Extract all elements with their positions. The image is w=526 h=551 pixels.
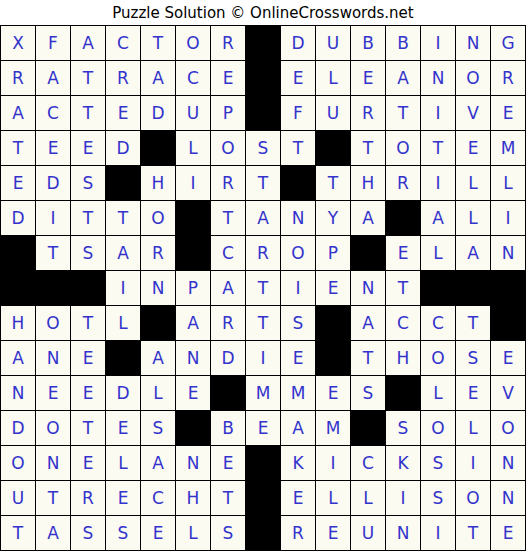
letter-cell-r2c4: R — [106, 61, 140, 95]
letter-cell-r7c15: N — [491, 236, 525, 270]
letter-cell-r4c4: D — [106, 131, 140, 165]
letter-cell-r10c15: E — [491, 341, 525, 375]
letter-cell-r2c3: T — [71, 61, 105, 95]
letter-cell-r1c2: F — [36, 26, 70, 60]
letter-cell-r5c11: H — [351, 166, 385, 200]
letter-cell-r14c11: L — [351, 481, 385, 515]
block-cell-r9c15 — [491, 306, 525, 340]
letter-cell-r6c8: A — [246, 201, 280, 235]
letter-cell-r2c1: R — [1, 61, 35, 95]
letter-cell-r12c4: E — [106, 411, 140, 445]
letter-cell-r10c9: E — [281, 341, 315, 375]
letter-cell-r6c4: T — [106, 201, 140, 235]
letter-cell-r15c11: U — [351, 516, 385, 550]
letter-cell-r3c3: T — [71, 96, 105, 130]
letter-cell-r3c9: F — [281, 96, 315, 130]
letter-cell-r3c1: A — [1, 96, 35, 130]
block-cell-r6c12 — [386, 201, 420, 235]
letter-cell-r1c11: B — [351, 26, 385, 60]
letter-cell-r7c5: R — [141, 236, 175, 270]
block-cell-r9c10 — [316, 306, 350, 340]
letter-cell-r12c5: S — [141, 411, 175, 445]
letter-cell-r12c9: A — [281, 411, 315, 445]
letter-cell-r1c3: A — [71, 26, 105, 60]
letter-cell-r9c8: T — [246, 306, 280, 340]
letter-cell-r8c11: N — [351, 271, 385, 305]
letter-cell-r4c6: L — [176, 131, 210, 165]
letter-cell-r3c10: U — [316, 96, 350, 130]
letter-cell-r2c14: O — [456, 61, 490, 95]
letter-cell-r13c14: I — [456, 446, 490, 480]
block-cell-r7c11 — [351, 236, 385, 270]
letter-cell-r3c15: E — [491, 96, 525, 130]
letter-cell-r6c10: Y — [316, 201, 350, 235]
block-cell-r14c8 — [246, 481, 280, 515]
letter-cell-r5c7: R — [211, 166, 245, 200]
letter-cell-r6c13: A — [421, 201, 455, 235]
letter-cell-r6c14: L — [456, 201, 490, 235]
letter-cell-r3c6: U — [176, 96, 210, 130]
letter-cell-r7c14: A — [456, 236, 490, 270]
letter-cell-r1c15: G — [491, 26, 525, 60]
letter-cell-r9c14: T — [456, 306, 490, 340]
letter-cell-r1c12: B — [386, 26, 420, 60]
letter-cell-r10c1: A — [1, 341, 35, 375]
letter-cell-r10c5: A — [141, 341, 175, 375]
letter-cell-r9c4: L — [106, 306, 140, 340]
letter-cell-r12c15: O — [491, 411, 525, 445]
letter-cell-r11c4: D — [106, 376, 140, 410]
letter-cell-r14c14: O — [456, 481, 490, 515]
letter-cell-r8c10: E — [316, 271, 350, 305]
letter-cell-r10c11: T — [351, 341, 385, 375]
letter-cell-r15c13: I — [421, 516, 455, 550]
letter-cell-r6c1: D — [1, 201, 35, 235]
letter-cell-r14c13: S — [421, 481, 455, 515]
letter-cell-r9c13: C — [421, 306, 455, 340]
letter-cell-r14c10: L — [316, 481, 350, 515]
letter-cell-r1c13: I — [421, 26, 455, 60]
letter-cell-r15c4: S — [106, 516, 140, 550]
letter-cell-r14c9: E — [281, 481, 315, 515]
letter-cell-r11c9: M — [281, 376, 315, 410]
letter-cell-r15c9: R — [281, 516, 315, 550]
letter-cell-r5c12: R — [386, 166, 420, 200]
letter-cell-r14c7: T — [211, 481, 245, 515]
letter-cell-r10c8: I — [246, 341, 280, 375]
block-cell-r8c14 — [456, 271, 490, 305]
letter-cell-r15c6: L — [176, 516, 210, 550]
block-cell-r4c5 — [141, 131, 175, 165]
letter-cell-r11c14: E — [456, 376, 490, 410]
page: Puzzle Solution © OnlineCrosswords.net X… — [0, 0, 526, 551]
letter-cell-r7c10: P — [316, 236, 350, 270]
letter-cell-r10c6: N — [176, 341, 210, 375]
block-cell-r11c7 — [211, 376, 245, 410]
letter-cell-r7c3: S — [71, 236, 105, 270]
letter-cell-r5c5: H — [141, 166, 175, 200]
letter-cell-r13c15: N — [491, 446, 525, 480]
letter-cell-r7c13: L — [421, 236, 455, 270]
letter-cell-r7c4: A — [106, 236, 140, 270]
letter-cell-r14c6: H — [176, 481, 210, 515]
letter-cell-r13c12: K — [386, 446, 420, 480]
letter-cell-r2c13: N — [421, 61, 455, 95]
letter-cell-r3c14: V — [456, 96, 490, 130]
letter-cell-r11c8: M — [246, 376, 280, 410]
letter-cell-r3c12: T — [386, 96, 420, 130]
letter-cell-r15c12: N — [386, 516, 420, 550]
letter-cell-r2c10: L — [316, 61, 350, 95]
block-cell-r4c10 — [316, 131, 350, 165]
letter-cell-r11c2: E — [36, 376, 70, 410]
block-cell-r8c13 — [421, 271, 455, 305]
letter-cell-r10c3: E — [71, 341, 105, 375]
letter-cell-r11c15: V — [491, 376, 525, 410]
letter-cell-r6c3: T — [71, 201, 105, 235]
letter-cell-r13c1: O — [1, 446, 35, 480]
letter-cell-r12c2: O — [36, 411, 70, 445]
letter-cell-r5c3: S — [71, 166, 105, 200]
letter-cell-r1c5: T — [141, 26, 175, 60]
block-cell-r15c8 — [246, 516, 280, 550]
letter-cell-r11c5: L — [141, 376, 175, 410]
letter-cell-r4c14: E — [456, 131, 490, 165]
letter-cell-r9c7: R — [211, 306, 245, 340]
block-cell-r2c8 — [246, 61, 280, 95]
letter-cell-r14c15: N — [491, 481, 525, 515]
letter-cell-r4c3: E — [71, 131, 105, 165]
block-cell-r11c12 — [386, 376, 420, 410]
block-cell-r12c6 — [176, 411, 210, 445]
letter-cell-r1c1: X — [1, 26, 35, 60]
letter-cell-r10c12: H — [386, 341, 420, 375]
block-cell-r10c10 — [316, 341, 350, 375]
letter-cell-r4c12: O — [386, 131, 420, 165]
letter-cell-r14c1: U — [1, 481, 35, 515]
block-cell-r10c4 — [106, 341, 140, 375]
letter-cell-r15c14: T — [456, 516, 490, 550]
letter-cell-r13c5: A — [141, 446, 175, 480]
letter-cell-r8c8: T — [246, 271, 280, 305]
block-cell-r13c8 — [246, 446, 280, 480]
letter-cell-r14c12: I — [386, 481, 420, 515]
letter-cell-r4c9: T — [281, 131, 315, 165]
letter-cell-r8c12: T — [386, 271, 420, 305]
block-cell-r7c1 — [1, 236, 35, 270]
letter-cell-r2c5: A — [141, 61, 175, 95]
letter-cell-r12c1: D — [1, 411, 35, 445]
letter-cell-r1c9: D — [281, 26, 315, 60]
letter-cell-r8c6: P — [176, 271, 210, 305]
letter-cell-r9c12: C — [386, 306, 420, 340]
letter-cell-r4c15: M — [491, 131, 525, 165]
letter-cell-r4c1: T — [1, 131, 35, 165]
letter-cell-r5c8: T — [246, 166, 280, 200]
letter-cell-r3c2: C — [36, 96, 70, 130]
letter-cell-r10c13: O — [421, 341, 455, 375]
letter-cell-r5c10: T — [316, 166, 350, 200]
letter-cell-r11c10: E — [316, 376, 350, 410]
letter-cell-r4c2: E — [36, 131, 70, 165]
letter-cell-r11c3: E — [71, 376, 105, 410]
letter-cell-r4c7: O — [211, 131, 245, 165]
letter-cell-r2c11: E — [351, 61, 385, 95]
letter-cell-r1c6: O — [176, 26, 210, 60]
block-cell-r1c8 — [246, 26, 280, 60]
letter-cell-r2c6: C — [176, 61, 210, 95]
block-cell-r12c11 — [351, 411, 385, 445]
letter-cell-r15c15: E — [491, 516, 525, 550]
letter-cell-r10c14: S — [456, 341, 490, 375]
letter-cell-r13c11: C — [351, 446, 385, 480]
letter-cell-r12c3: T — [71, 411, 105, 445]
letter-cell-r14c2: T — [36, 481, 70, 515]
letter-cell-r5c14: L — [456, 166, 490, 200]
letter-cell-r10c7: D — [211, 341, 245, 375]
letter-cell-r12c14: L — [456, 411, 490, 445]
page-title: Puzzle Solution © OnlineCrosswords.net — [0, 0, 526, 25]
letter-cell-r11c11: S — [351, 376, 385, 410]
letter-cell-r6c5: O — [141, 201, 175, 235]
block-cell-r5c9 — [281, 166, 315, 200]
letter-cell-r11c1: N — [1, 376, 35, 410]
letter-cell-r13c7: E — [211, 446, 245, 480]
letter-cell-r6c7: T — [211, 201, 245, 235]
letter-cell-r13c9: K — [281, 446, 315, 480]
letter-cell-r13c3: E — [71, 446, 105, 480]
letter-cell-r4c11: T — [351, 131, 385, 165]
letter-cell-r4c8: S — [246, 131, 280, 165]
letter-cell-r11c13: L — [421, 376, 455, 410]
letter-cell-r5c2: D — [36, 166, 70, 200]
block-cell-r5c4 — [106, 166, 140, 200]
letter-cell-r3c13: I — [421, 96, 455, 130]
letter-cell-r10c2: N — [36, 341, 70, 375]
letter-cell-r12c7: B — [211, 411, 245, 445]
letter-cell-r8c7: A — [211, 271, 245, 305]
letter-cell-r14c3: R — [71, 481, 105, 515]
letter-cell-r6c15: I — [491, 201, 525, 235]
letter-cell-r7c7: C — [211, 236, 245, 270]
letter-cell-r9c6: A — [176, 306, 210, 340]
letter-cell-r7c9: O — [281, 236, 315, 270]
letter-cell-r8c9: I — [281, 271, 315, 305]
letter-cell-r2c2: A — [36, 61, 70, 95]
letter-cell-r6c11: A — [351, 201, 385, 235]
letter-cell-r9c9: S — [281, 306, 315, 340]
letter-cell-r8c5: N — [141, 271, 175, 305]
letter-cell-r3c7: P — [211, 96, 245, 130]
letter-cell-r15c2: A — [36, 516, 70, 550]
letter-cell-r9c3: T — [71, 306, 105, 340]
letter-cell-r3c4: E — [106, 96, 140, 130]
letter-cell-r13c13: S — [421, 446, 455, 480]
letter-cell-r2c7: E — [211, 61, 245, 95]
letter-cell-r13c10: I — [316, 446, 350, 480]
block-cell-r8c3 — [71, 271, 105, 305]
letter-cell-r4c13: T — [421, 131, 455, 165]
block-cell-r8c2 — [36, 271, 70, 305]
letter-cell-r5c1: E — [1, 166, 35, 200]
crossword-grid: XFACTORDUBBINGRATRACEELEANORACTEDUPFURTI… — [0, 25, 526, 551]
letter-cell-r15c3: S — [71, 516, 105, 550]
letter-cell-r1c14: N — [456, 26, 490, 60]
letter-cell-r14c5: C — [141, 481, 175, 515]
letter-cell-r8c4: I — [106, 271, 140, 305]
letter-cell-r12c12: S — [386, 411, 420, 445]
block-cell-r8c15 — [491, 271, 525, 305]
letter-cell-r12c10: M — [316, 411, 350, 445]
letter-cell-r1c10: U — [316, 26, 350, 60]
letter-cell-r12c13: O — [421, 411, 455, 445]
letter-cell-r9c1: H — [1, 306, 35, 340]
block-cell-r3c8 — [246, 96, 280, 130]
block-cell-r9c5 — [141, 306, 175, 340]
letter-cell-r5c6: I — [176, 166, 210, 200]
letter-cell-r11c6: E — [176, 376, 210, 410]
letter-cell-r15c5: E — [141, 516, 175, 550]
letter-cell-r3c11: R — [351, 96, 385, 130]
letter-cell-r2c9: E — [281, 61, 315, 95]
letter-cell-r5c15: L — [491, 166, 525, 200]
letter-cell-r6c9: N — [281, 201, 315, 235]
letter-cell-r2c12: A — [386, 61, 420, 95]
letter-cell-r15c10: E — [316, 516, 350, 550]
letter-cell-r6c2: I — [36, 201, 70, 235]
letter-cell-r15c1: T — [1, 516, 35, 550]
letter-cell-r13c2: N — [36, 446, 70, 480]
letter-cell-r3c5: D — [141, 96, 175, 130]
letter-cell-r9c2: O — [36, 306, 70, 340]
letter-cell-r5c13: I — [421, 166, 455, 200]
letter-cell-r1c4: C — [106, 26, 140, 60]
letter-cell-r7c2: T — [36, 236, 70, 270]
letter-cell-r2c15: R — [491, 61, 525, 95]
letter-cell-r13c6: N — [176, 446, 210, 480]
letter-cell-r7c8: R — [246, 236, 280, 270]
letter-cell-r12c8: E — [246, 411, 280, 445]
block-cell-r6c6 — [176, 201, 210, 235]
letter-cell-r1c7: R — [211, 26, 245, 60]
block-cell-r8c1 — [1, 271, 35, 305]
letter-cell-r15c7: S — [211, 516, 245, 550]
block-cell-r7c6 — [176, 236, 210, 270]
letter-cell-r9c11: A — [351, 306, 385, 340]
letter-cell-r7c12: E — [386, 236, 420, 270]
letter-cell-r14c4: E — [106, 481, 140, 515]
letter-cell-r13c4: L — [106, 446, 140, 480]
